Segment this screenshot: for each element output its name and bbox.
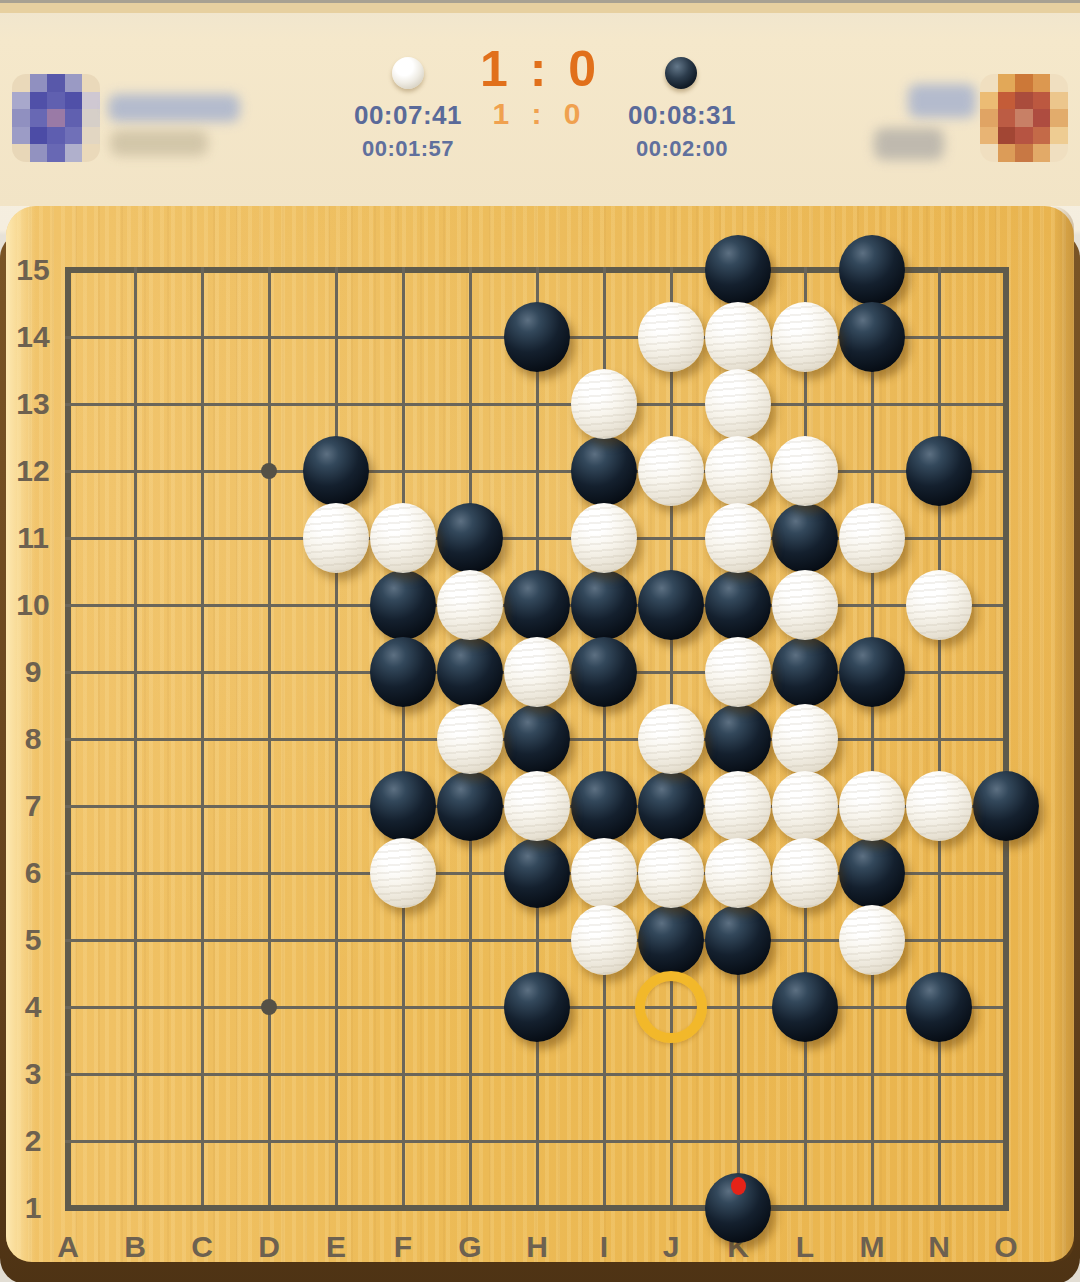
- stone-black: [839, 302, 905, 372]
- stone-black: [973, 771, 1039, 841]
- row-label: 11: [8, 521, 58, 555]
- stone-white: [839, 503, 905, 573]
- stone-white: [571, 838, 637, 908]
- avatar-pixel: [65, 127, 83, 145]
- last-move-red-dot: [731, 1177, 746, 1195]
- stone-white: [571, 905, 637, 975]
- stone-black: [571, 570, 637, 640]
- avatar-pixel: [1015, 144, 1033, 162]
- avatar-pixel: [1015, 109, 1033, 127]
- avatar-pixel: [1015, 92, 1033, 110]
- avatar-pixel: [980, 92, 998, 110]
- stone-black: [370, 570, 436, 640]
- stone-white: [772, 570, 838, 640]
- col-label: F: [378, 1230, 428, 1264]
- avatar-pixel: [65, 74, 83, 92]
- stone-black: [303, 436, 369, 506]
- stone-white: [772, 704, 838, 774]
- black-stone-icon: [665, 57, 697, 89]
- stone-white: [638, 436, 704, 506]
- stone-black: [705, 570, 771, 640]
- stone-white: [772, 436, 838, 506]
- row-label: 7: [8, 789, 58, 823]
- avatar-pixel: [82, 109, 100, 127]
- stone-white: [504, 637, 570, 707]
- stone-white: [638, 302, 704, 372]
- avatar-pixel: [1033, 74, 1051, 92]
- stone-white: [772, 771, 838, 841]
- avatar-pixel: [47, 144, 65, 162]
- avatar-pixel: [47, 127, 65, 145]
- stone-white: [705, 637, 771, 707]
- stone-black: [839, 235, 905, 305]
- avatar-pixel: [1033, 109, 1051, 127]
- avatar-pixel: [1033, 144, 1051, 162]
- grid-line-vertical: [871, 267, 874, 1211]
- avatar-pixel: [998, 127, 1016, 145]
- black-player-avatar[interactable]: [980, 74, 1068, 162]
- stone-black: [906, 436, 972, 506]
- stone-black: [638, 905, 704, 975]
- stone-white: [705, 838, 771, 908]
- avatar-pixel: [980, 74, 998, 92]
- stone-white: [705, 503, 771, 573]
- stone-white: [370, 838, 436, 908]
- avatar-pixel: [82, 127, 100, 145]
- grid-line-vertical: [938, 267, 941, 1211]
- avatar-pixel: [65, 109, 83, 127]
- avatar-pixel: [1015, 127, 1033, 145]
- stone-black: [638, 570, 704, 640]
- black-player-name-redacted: [908, 84, 976, 118]
- stone-black: [705, 704, 771, 774]
- row-label: 10: [8, 588, 58, 622]
- stone-black: [504, 704, 570, 774]
- row-label: 8: [8, 722, 58, 756]
- stone-black: [504, 972, 570, 1042]
- col-label: N: [914, 1230, 964, 1264]
- stone-white: [303, 503, 369, 573]
- row-label: 6: [8, 856, 58, 890]
- avatar-pixel: [998, 74, 1016, 92]
- row-label: 9: [8, 655, 58, 689]
- col-label: J: [646, 1230, 696, 1264]
- stone-black: [437, 771, 503, 841]
- avatar-pixel: [980, 127, 998, 145]
- stone-white: [839, 771, 905, 841]
- avatar-pixel: [30, 109, 48, 127]
- col-label: I: [579, 1230, 629, 1264]
- stone-white: [571, 369, 637, 439]
- black-sub-timer: 00:02:00: [592, 136, 772, 162]
- grid-line-horizontal: [65, 1140, 1009, 1143]
- stone-black: [370, 771, 436, 841]
- avatar-pixel: [1050, 127, 1068, 145]
- stone-black: [370, 637, 436, 707]
- stone-white: [370, 503, 436, 573]
- stone-white: [571, 503, 637, 573]
- stone-black: [906, 972, 972, 1042]
- avatar-pixel: [998, 92, 1016, 110]
- match-header: 00:07:41 00:01:57 1 : 0 1 : 0 00:08:31 0…: [0, 0, 1080, 206]
- stone-black: [839, 838, 905, 908]
- avatar-pixel: [1033, 127, 1051, 145]
- stone-white: [772, 302, 838, 372]
- row-label: 13: [8, 387, 58, 421]
- avatar-pixel: [1033, 92, 1051, 110]
- col-label: L: [780, 1230, 830, 1264]
- white-sub-timer: 00:01:57: [318, 136, 498, 162]
- stone-black: [571, 637, 637, 707]
- avatar-pixel: [1050, 144, 1068, 162]
- avatar-pixel: [1015, 74, 1033, 92]
- grid-line-horizontal: [65, 1205, 1009, 1211]
- row-label: 15: [8, 253, 58, 287]
- row-label: 12: [8, 454, 58, 488]
- stone-white: [504, 771, 570, 841]
- stone-white: [638, 704, 704, 774]
- avatar-pixel: [998, 109, 1016, 127]
- stone-black: [638, 771, 704, 841]
- col-label: C: [177, 1230, 227, 1264]
- match-score: 1 : 0: [440, 40, 640, 98]
- avatar-pixel: [30, 92, 48, 110]
- avatar-pixel: [30, 144, 48, 162]
- avatar-pixel: [65, 92, 83, 110]
- stone-black: [504, 570, 570, 640]
- row-label: 5: [8, 923, 58, 957]
- col-label: E: [311, 1230, 361, 1264]
- black-player-subtext-redacted: [874, 128, 944, 160]
- stone-white: [437, 704, 503, 774]
- stone-black: [705, 235, 771, 305]
- avatar-pixel: [12, 74, 30, 92]
- gomoku-board[interactable]: 151413121110987654321ABCDEFGHIJKLMNO: [0, 206, 1080, 1282]
- row-label: 3: [8, 1057, 58, 1091]
- white-player-subtext-redacted: [110, 130, 208, 156]
- stone-white: [772, 838, 838, 908]
- col-label: M: [847, 1230, 897, 1264]
- avatar-pixel: [12, 109, 30, 127]
- black-main-timer: 00:08:31: [592, 100, 772, 131]
- avatar-pixel: [82, 92, 100, 110]
- stone-white: [705, 369, 771, 439]
- avatar-pixel: [1050, 109, 1068, 127]
- col-label: H: [512, 1230, 562, 1264]
- row-label: 2: [8, 1124, 58, 1158]
- stone-white: [705, 436, 771, 506]
- stone-black: [571, 436, 637, 506]
- avatar-pixel: [12, 127, 30, 145]
- stone-white: [705, 302, 771, 372]
- avatar-pixel: [82, 144, 100, 162]
- col-label: O: [981, 1230, 1031, 1264]
- stone-black: [772, 972, 838, 1042]
- avatar-pixel: [1050, 92, 1068, 110]
- white-player-avatar[interactable]: [12, 74, 100, 162]
- avatar-pixel: [998, 144, 1016, 162]
- avatar-pixel: [47, 109, 65, 127]
- stone-black: [504, 838, 570, 908]
- stone-black: [839, 637, 905, 707]
- stone-black: [705, 905, 771, 975]
- grid-line-horizontal: [65, 1073, 1009, 1076]
- stone-white: [638, 838, 704, 908]
- stone-white: [906, 771, 972, 841]
- row-label: 4: [8, 990, 58, 1024]
- stone-black: [772, 637, 838, 707]
- white-stone-icon: [392, 57, 424, 89]
- avatar-pixel: [980, 109, 998, 127]
- col-label: A: [43, 1230, 93, 1264]
- stone-black: [772, 503, 838, 573]
- star-point: [261, 999, 277, 1015]
- avatar-pixel: [980, 144, 998, 162]
- stone-black: [571, 771, 637, 841]
- stone-white: [705, 771, 771, 841]
- avatar-pixel: [1050, 74, 1068, 92]
- avatar-pixel: [47, 74, 65, 92]
- avatar-pixel: [65, 144, 83, 162]
- avatar-pixel: [47, 92, 65, 110]
- avatar-pixel: [30, 74, 48, 92]
- row-label: 14: [8, 320, 58, 354]
- stone-black: [504, 302, 570, 372]
- stone-white: [437, 570, 503, 640]
- highlight-yellow-ring[interactable]: [635, 971, 707, 1043]
- white-player-name-redacted: [108, 94, 240, 122]
- avatar-pixel: [82, 74, 100, 92]
- star-point: [261, 463, 277, 479]
- col-label: B: [110, 1230, 160, 1264]
- stone-white: [839, 905, 905, 975]
- col-label: D: [244, 1230, 294, 1264]
- row-label: 1: [8, 1191, 58, 1225]
- stone-black: [437, 637, 503, 707]
- avatar-pixel: [12, 144, 30, 162]
- avatar-pixel: [30, 127, 48, 145]
- stone-black: [437, 503, 503, 573]
- col-label: G: [445, 1230, 495, 1264]
- grid-line-vertical: [1003, 267, 1009, 1211]
- avatar-pixel: [12, 92, 30, 110]
- stone-white: [906, 570, 972, 640]
